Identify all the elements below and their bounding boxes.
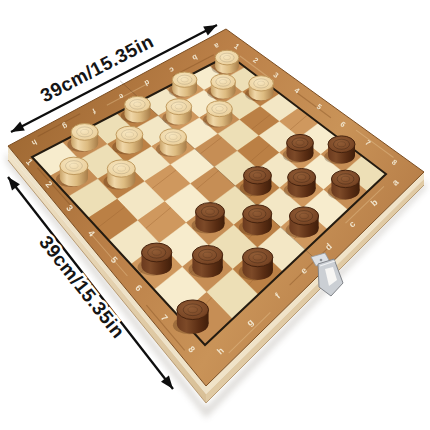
checker-dark-f8 — [239, 248, 273, 281]
product-photo: a11ab22bc33cd44de55ef66fg77gh88h 39cm/15… — [0, 0, 430, 430]
checker-dark-g7 — [189, 246, 223, 279]
checker-dark-h6 — [138, 243, 172, 276]
board-photo-svg: a11ab22bc33cd44de55ef66fg77gh88h 39cm/15… — [0, 0, 430, 430]
checker-dark-h8 — [173, 300, 209, 334]
